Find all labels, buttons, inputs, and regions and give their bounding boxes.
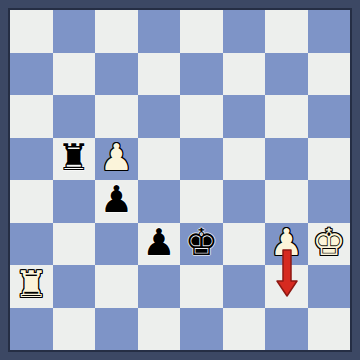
square-e4[interactable] [138,138,181,181]
square-b7[interactable] [265,265,308,308]
square-a1[interactable] [308,10,351,53]
square-d3[interactable] [180,95,223,138]
white-pawn[interactable]: ♟ [270,222,303,265]
square-b1[interactable] [265,10,308,53]
black-pawn[interactable]: ♟ [142,222,175,265]
square-d1[interactable] [180,10,223,53]
black-king[interactable]: ♚ [185,222,218,265]
square-d2[interactable] [180,53,223,96]
square-b8[interactable] [265,308,308,351]
square-e5[interactable] [138,180,181,223]
black-rook[interactable]: ♜ [57,137,90,180]
square-h4[interactable] [10,138,53,181]
square-h5[interactable] [10,180,53,223]
square-e6[interactable]: ♟ [138,223,181,266]
square-b6[interactable]: ♟ [265,223,308,266]
square-h6[interactable] [10,223,53,266]
square-g5[interactable] [53,180,96,223]
square-c5[interactable] [223,180,266,223]
white-king[interactable]: ♚ [312,222,345,265]
square-d7[interactable] [180,265,223,308]
square-c4[interactable] [223,138,266,181]
square-g2[interactable] [53,53,96,96]
square-a2[interactable] [308,53,351,96]
square-e2[interactable] [138,53,181,96]
square-b4[interactable] [265,138,308,181]
square-a6[interactable]: ♚ [308,223,351,266]
square-f8[interactable] [95,308,138,351]
square-d5[interactable] [180,180,223,223]
square-a8[interactable] [308,308,351,351]
square-a7[interactable] [308,265,351,308]
square-b3[interactable] [265,95,308,138]
square-g7[interactable] [53,265,96,308]
square-f1[interactable] [95,10,138,53]
square-d6[interactable]: ♚ [180,223,223,266]
square-a3[interactable] [308,95,351,138]
square-e1[interactable] [138,10,181,53]
square-g3[interactable] [53,95,96,138]
square-g8[interactable] [53,308,96,351]
square-f5[interactable]: ♟ [95,180,138,223]
square-c1[interactable] [223,10,266,53]
square-h3[interactable] [10,95,53,138]
square-c8[interactable] [223,308,266,351]
square-f6[interactable] [95,223,138,266]
square-c3[interactable] [223,95,266,138]
square-d8[interactable] [180,308,223,351]
square-c7[interactable] [223,265,266,308]
chess-board: ♜♟♟♟♚♟♚♜ [8,8,352,352]
square-f7[interactable] [95,265,138,308]
square-f4[interactable]: ♟ [95,138,138,181]
square-h7[interactable]: ♜ [10,265,53,308]
square-e3[interactable] [138,95,181,138]
chess-diagram: ♜♟♟♟♚♟♚♜ [0,0,360,360]
square-f2[interactable] [95,53,138,96]
square-d4[interactable] [180,138,223,181]
square-g4[interactable]: ♜ [53,138,96,181]
square-a4[interactable] [308,138,351,181]
square-c2[interactable] [223,53,266,96]
square-e8[interactable] [138,308,181,351]
square-h8[interactable] [10,308,53,351]
square-f3[interactable] [95,95,138,138]
square-h1[interactable] [10,10,53,53]
white-pawn[interactable]: ♟ [100,137,133,180]
white-rook[interactable]: ♜ [15,264,48,307]
square-b5[interactable] [265,180,308,223]
square-h2[interactable] [10,53,53,96]
square-b2[interactable] [265,53,308,96]
square-g1[interactable] [53,10,96,53]
black-pawn[interactable]: ♟ [100,179,133,222]
square-g6[interactable] [53,223,96,266]
square-e7[interactable] [138,265,181,308]
square-c6[interactable] [223,223,266,266]
square-a5[interactable] [308,180,351,223]
